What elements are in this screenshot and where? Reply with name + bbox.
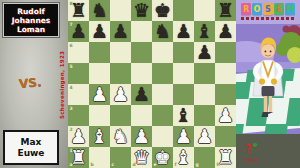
white-pawn[interactable]: ♟	[196, 126, 213, 147]
white-player-name-box: Max Euwe	[3, 130, 59, 165]
square-a4[interactable]: 4	[68, 84, 89, 105]
title-letter: O	[252, 3, 262, 15]
square-f4[interactable]	[173, 84, 194, 105]
file-label: a	[70, 162, 73, 167]
square-a2[interactable]: 2♟	[68, 126, 89, 147]
black-pawn[interactable]: ♟	[112, 21, 129, 42]
white-pawn[interactable]: ♟	[91, 84, 108, 105]
rank-label: 8	[70, 1, 73, 6]
square-d6[interactable]	[131, 42, 152, 63]
square-f3[interactable]: ♝	[173, 105, 194, 126]
square-c4[interactable]: ♟	[110, 84, 131, 105]
square-h4[interactable]	[215, 84, 236, 105]
white-pawn[interactable]: ♟	[175, 126, 192, 147]
square-h5[interactable]	[215, 63, 236, 84]
square-e2[interactable]	[152, 126, 173, 147]
white-bishop[interactable]: ♝	[91, 126, 108, 147]
square-c8[interactable]	[110, 0, 131, 21]
square-e7[interactable]: ♞	[152, 21, 173, 42]
square-g5[interactable]	[194, 63, 215, 84]
square-b6[interactable]	[89, 42, 110, 63]
square-c5[interactable]	[110, 63, 131, 84]
square-h1[interactable]: h♜	[215, 147, 236, 168]
white-pawn[interactable]: ♟	[217, 105, 234, 126]
rank-label: 2	[70, 127, 73, 132]
square-e8[interactable]: ♚	[152, 0, 173, 21]
title-letter: E	[274, 3, 284, 15]
square-g2[interactable]: ♟	[194, 126, 215, 147]
square-c7[interactable]: ♟	[110, 21, 131, 42]
square-f5[interactable]	[173, 63, 194, 84]
channel-footer: ?	[236, 140, 300, 168]
file-label: f	[175, 162, 177, 167]
square-a5[interactable]: 5	[68, 63, 89, 84]
black-knight[interactable]: ♞	[154, 21, 171, 42]
black-bishop[interactable]: ♝	[196, 21, 213, 42]
leaf-icon	[251, 148, 254, 151]
white-pawn[interactable]: ♟	[112, 84, 129, 105]
black-player-name-line: Johannes	[12, 16, 51, 25]
file-label: b	[91, 162, 94, 167]
square-h8[interactable]: ♜	[215, 0, 236, 21]
white-player-name-line: Max	[21, 137, 42, 148]
square-d5[interactable]	[131, 63, 152, 84]
square-f6[interactable]	[173, 42, 194, 63]
square-c1[interactable]: c	[110, 147, 131, 168]
black-player-name-line: Rudolf	[17, 7, 44, 16]
square-d7[interactable]	[131, 21, 152, 42]
rank-label: 7	[70, 22, 73, 27]
square-a7[interactable]: 7♟	[68, 21, 89, 42]
square-g8[interactable]	[194, 0, 215, 21]
square-e6[interactable]	[152, 42, 173, 63]
rank-label: 6	[70, 43, 73, 48]
square-d2[interactable]: ♟	[131, 126, 152, 147]
square-c6[interactable]	[110, 42, 131, 63]
black-pawn[interactable]: ♟	[133, 84, 150, 105]
square-e1[interactable]: e♚	[152, 147, 173, 168]
square-a3[interactable]: 3	[68, 105, 89, 126]
header-tiles: ROSEM	[241, 3, 295, 15]
square-f8[interactable]	[173, 0, 194, 21]
square-h6[interactable]	[215, 42, 236, 63]
square-c3[interactable]	[110, 105, 131, 126]
rank-label: 5	[70, 64, 73, 69]
footer-fine-print	[244, 159, 260, 161]
square-d3[interactable]	[131, 105, 152, 126]
rank-label: 4	[70, 85, 73, 90]
square-g7[interactable]: ♝	[194, 21, 215, 42]
mascot-header: ROSEM	[236, 0, 300, 24]
black-king[interactable]: ♚	[154, 0, 171, 21]
file-label: e	[154, 162, 157, 167]
square-b7[interactable]: ♟	[89, 21, 110, 42]
square-g6[interactable]: ♟	[194, 42, 215, 63]
black-knight[interactable]: ♞	[91, 0, 108, 21]
square-c2[interactable]: ♞	[110, 126, 131, 147]
left-panel: Rudolf Johannes Loman VS. Scheveningen, …	[0, 0, 68, 168]
mascot-illustration	[236, 24, 300, 140]
square-b4[interactable]: ♟	[89, 84, 110, 105]
event-label: Scheveningen, 1923	[59, 47, 67, 123]
file-label: c	[112, 162, 115, 167]
black-bishop[interactable]: ♝	[175, 105, 192, 126]
square-f2[interactable]: ♟	[173, 126, 194, 147]
header-caption	[241, 17, 295, 20]
black-pawn[interactable]: ♟	[196, 42, 213, 63]
square-d4[interactable]: ♟	[131, 84, 152, 105]
rank-label: 3	[70, 106, 73, 111]
square-a8[interactable]: 8♜	[68, 0, 89, 21]
file-label: h	[217, 162, 220, 167]
square-f1[interactable]: f♝	[173, 147, 194, 168]
square-f7[interactable]: ♟	[173, 21, 194, 42]
black-rook[interactable]: ♜	[217, 0, 234, 21]
square-g3[interactable]	[194, 105, 215, 126]
right-panel: ROSEM	[236, 0, 300, 168]
black-pawn[interactable]: ♟	[175, 21, 192, 42]
black-player-name-line: Loman	[17, 25, 45, 34]
file-label: g	[196, 162, 199, 167]
black-pawn[interactable]: ♟	[91, 21, 108, 42]
app-window: Rudolf Johannes Loman VS. Scheveningen, …	[0, 0, 300, 168]
square-g1[interactable]: g	[194, 147, 215, 168]
white-knight[interactable]: ♞	[112, 126, 129, 147]
white-pawn[interactable]: ♟	[133, 126, 150, 147]
square-b5[interactable]	[89, 63, 110, 84]
square-d8[interactable]: ♛	[131, 0, 152, 21]
square-h7[interactable]: ♟	[215, 21, 236, 42]
square-b8[interactable]: ♞	[89, 0, 110, 21]
square-a1[interactable]: 1a♜	[68, 147, 89, 168]
square-b3[interactable]	[89, 105, 110, 126]
square-g4[interactable]	[194, 84, 215, 105]
title-letter: M	[285, 3, 295, 15]
square-h2[interactable]	[215, 126, 236, 147]
black-queen[interactable]: ♛	[133, 0, 150, 21]
square-h3[interactable]: ♟	[215, 105, 236, 126]
white-player-name-line: Euwe	[18, 148, 45, 159]
title-letter: S	[263, 3, 273, 15]
square-e5[interactable]	[152, 63, 173, 84]
rank-label: 1	[70, 148, 73, 153]
square-e3[interactable]	[152, 105, 173, 126]
vs-label: VS.	[0, 73, 60, 92]
square-b1[interactable]: b	[89, 147, 110, 168]
square-e4[interactable]	[152, 84, 173, 105]
file-label: d	[133, 162, 136, 167]
title-letter: R	[241, 3, 251, 15]
square-b2[interactable]: ♝	[89, 126, 110, 147]
square-d1[interactable]: d♛	[131, 147, 152, 168]
chess-board[interactable]: 8♜♞♛♚♜7♟♟♟♞♟♝♟6♟54♟♟♟3♝♟2♟♝♞♟♟♟1a♜bcd♛e♚…	[68, 0, 236, 168]
leaf-icon	[252, 142, 257, 147]
white-bishop[interactable]: ♝	[175, 147, 192, 168]
black-pawn[interactable]: ♟	[217, 21, 234, 42]
square-a6[interactable]: 6	[68, 42, 89, 63]
black-player-name-box: Rudolf Johannes Loman	[3, 3, 59, 37]
